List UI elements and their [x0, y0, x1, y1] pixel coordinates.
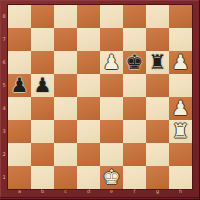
rank-label-2: 2	[0, 152, 8, 157]
file-label-f: f	[123, 189, 146, 194]
square-c2[interactable]	[54, 143, 77, 166]
square-e1[interactable]: ♚	[100, 166, 123, 189]
square-f5[interactable]	[123, 74, 146, 97]
square-g8[interactable]	[146, 5, 169, 28]
square-g2[interactable]	[146, 143, 169, 166]
square-g4[interactable]	[146, 97, 169, 120]
square-a1[interactable]	[8, 166, 31, 189]
rank-label-7: 7	[0, 37, 8, 42]
square-b6[interactable]	[31, 51, 54, 74]
black-pawn-a5[interactable]: ♟	[11, 74, 29, 97]
square-f8[interactable]	[123, 5, 146, 28]
square-f7[interactable]	[123, 28, 146, 51]
square-d6[interactable]	[77, 51, 100, 74]
square-d3[interactable]	[77, 120, 100, 143]
square-b5[interactable]: ♟	[31, 74, 54, 97]
black-pawn-b5[interactable]: ♟	[34, 74, 52, 97]
square-g5[interactable]	[146, 74, 169, 97]
black-king-f6[interactable]: ♚	[126, 51, 144, 74]
white-rook-h3[interactable]: ♜	[172, 120, 190, 143]
square-e6[interactable]: ♟	[100, 51, 123, 74]
square-f4[interactable]	[123, 97, 146, 120]
board-frame-edge	[0, 197, 200, 198]
square-f3[interactable]	[123, 120, 146, 143]
rank-label-4: 4	[0, 106, 8, 111]
square-d7[interactable]	[77, 28, 100, 51]
square-d5[interactable]	[77, 74, 100, 97]
square-h6[interactable]: ♟	[169, 51, 192, 74]
square-a2[interactable]	[8, 143, 31, 166]
square-h4[interactable]: ♟	[169, 97, 192, 120]
square-b2[interactable]	[31, 143, 54, 166]
square-c1[interactable]	[54, 166, 77, 189]
chess-board[interactable]: ♟♚♜♟♟♟♟♜♚	[7, 4, 193, 190]
square-d4[interactable]	[77, 97, 100, 120]
square-c7[interactable]	[54, 28, 77, 51]
square-b7[interactable]	[31, 28, 54, 51]
square-h8[interactable]	[169, 5, 192, 28]
white-pawn-h4[interactable]: ♟	[172, 97, 190, 120]
square-f1[interactable]	[123, 166, 146, 189]
square-e2[interactable]	[100, 143, 123, 166]
square-c5[interactable]	[54, 74, 77, 97]
square-e3[interactable]	[100, 120, 123, 143]
file-label-d: d	[77, 189, 100, 194]
square-g7[interactable]	[146, 28, 169, 51]
square-e5[interactable]	[100, 74, 123, 97]
square-d2[interactable]	[77, 143, 100, 166]
square-g1[interactable]	[146, 166, 169, 189]
square-a8[interactable]	[8, 5, 31, 28]
white-king-e1[interactable]: ♚	[103, 166, 121, 189]
square-a6[interactable]	[8, 51, 31, 74]
square-h1[interactable]	[169, 166, 192, 189]
square-e8[interactable]	[100, 5, 123, 28]
square-b1[interactable]	[31, 166, 54, 189]
square-e4[interactable]	[100, 97, 123, 120]
file-label-g: g	[146, 189, 169, 194]
square-h5[interactable]	[169, 74, 192, 97]
file-label-h: h	[169, 189, 192, 194]
square-c3[interactable]	[54, 120, 77, 143]
file-label-b: b	[31, 189, 54, 194]
square-h3[interactable]: ♜	[169, 120, 192, 143]
square-g3[interactable]	[146, 120, 169, 143]
file-label-e: e	[100, 189, 123, 194]
chess-board-window: ♟♚♜♟♟♟♟♜♚ 87654321 abcdefgh	[0, 0, 200, 200]
rank-label-6: 6	[0, 60, 8, 65]
square-c8[interactable]	[54, 5, 77, 28]
square-d8[interactable]	[77, 5, 100, 28]
square-b4[interactable]	[31, 97, 54, 120]
square-f6[interactable]: ♚	[123, 51, 146, 74]
white-pawn-h6[interactable]: ♟	[172, 51, 190, 74]
square-d1[interactable]	[77, 166, 100, 189]
square-a7[interactable]	[8, 28, 31, 51]
white-pawn-e6[interactable]: ♟	[103, 51, 121, 74]
square-h7[interactable]	[169, 28, 192, 51]
square-h2[interactable]	[169, 143, 192, 166]
square-a3[interactable]	[8, 120, 31, 143]
rank-label-3: 3	[0, 129, 8, 134]
square-f2[interactable]	[123, 143, 146, 166]
square-e7[interactable]	[100, 28, 123, 51]
square-a4[interactable]	[8, 97, 31, 120]
square-g6[interactable]: ♜	[146, 51, 169, 74]
rank-label-8: 8	[0, 14, 8, 19]
square-a5[interactable]: ♟	[8, 74, 31, 97]
file-label-c: c	[54, 189, 77, 194]
rank-label-5: 5	[0, 83, 8, 88]
square-b8[interactable]	[31, 5, 54, 28]
square-b3[interactable]	[31, 120, 54, 143]
square-c4[interactable]	[54, 97, 77, 120]
rank-label-1: 1	[0, 175, 8, 180]
file-label-a: a	[8, 189, 31, 194]
black-rook-g6[interactable]: ♜	[149, 51, 167, 74]
square-c6[interactable]	[54, 51, 77, 74]
